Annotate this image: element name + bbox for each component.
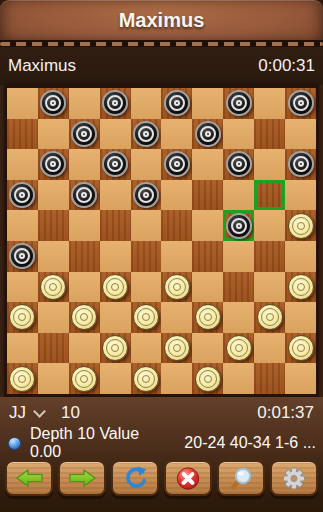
white-man-46[interactable] [9,366,35,392]
black-man-9[interactable] [195,121,221,147]
light-square [285,119,316,150]
gear-icon [282,467,306,490]
square-28[interactable] [131,241,162,272]
light-square [69,333,100,364]
black-man-14[interactable] [226,151,252,177]
black-man-24[interactable] [226,213,252,239]
black-man-18[interactable] [133,182,159,208]
square-5[interactable] [285,88,316,119]
square-21[interactable] [38,210,69,241]
square-2[interactable] [100,88,131,119]
light-square [192,149,223,180]
light-square [100,302,131,333]
square-36[interactable] [7,302,38,333]
square-48[interactable] [131,363,162,394]
engine-clock: 0:01:37 [257,403,314,423]
square-47[interactable] [69,363,100,394]
light-square [285,302,316,333]
square-43[interactable] [161,333,192,364]
square-22[interactable] [100,210,131,241]
square-20[interactable] [254,180,285,211]
light-square [192,333,223,364]
square-3[interactable] [161,88,192,119]
square-9[interactable] [192,119,223,150]
black-man-26[interactable] [9,243,35,269]
white-man-32[interactable] [102,274,128,300]
black-man-12[interactable] [102,151,128,177]
light-square [161,302,192,333]
square-34[interactable] [223,272,254,303]
square-24[interactable] [223,210,254,241]
square-40[interactable] [254,302,285,333]
square-31[interactable] [38,272,69,303]
light-square [254,88,285,119]
square-7[interactable] [69,119,100,150]
square-25[interactable] [285,210,316,241]
black-man-3[interactable] [164,90,190,116]
light-square [131,210,162,241]
square-39[interactable] [192,302,223,333]
black-man-17[interactable] [71,182,97,208]
square-14[interactable] [223,149,254,180]
white-man-38[interactable] [133,304,159,330]
white-clock: 0:00:31 [258,56,315,76]
black-man-7[interactable] [71,121,97,147]
light-square [7,210,38,241]
light-square [100,180,131,211]
light-square [131,88,162,119]
board [4,85,319,397]
light-square [131,149,162,180]
light-square [161,119,192,150]
light-square [131,272,162,303]
light-square [7,88,38,119]
square-13[interactable] [161,149,192,180]
analysis-bar: Depth 10 Value 0.00 20-24 40-34 1-6 ... [0,429,323,457]
light-square [285,180,316,211]
square-17[interactable] [69,180,100,211]
light-square [69,272,100,303]
arrow-right-icon [69,469,96,487]
square-27[interactable] [69,241,100,272]
square-16[interactable] [7,180,38,211]
light-square [100,241,131,272]
light-square [38,119,69,150]
light-square [161,241,192,272]
black-man-4[interactable] [226,90,252,116]
analysis-depth-value: Depth 10 Value 0.00 [30,425,174,461]
back-button[interactable] [5,460,53,496]
title-bar: Maximus [0,0,323,47]
magnifier-icon [229,467,253,490]
square-50[interactable] [254,363,285,394]
square-41[interactable] [38,333,69,364]
light-square [69,88,100,119]
light-square [38,241,69,272]
engine-name[interactable]: JJ [9,403,26,423]
square-11[interactable] [38,149,69,180]
light-square [100,119,131,150]
white-man-49[interactable] [195,366,221,392]
light-square [223,180,254,211]
square-45[interactable] [285,333,316,364]
square-19[interactable] [192,180,223,211]
light-square [69,149,100,180]
white-man-35[interactable] [288,274,314,300]
white-man-25[interactable] [288,213,314,239]
light-square [223,363,254,394]
stitch-seam [0,40,323,47]
analysis-pv: 20-24 40-34 1-6 ... [184,434,316,452]
white-man-43[interactable] [164,335,190,361]
light-square [7,272,38,303]
player-name: Maximus [8,56,76,76]
light-square [161,363,192,394]
restart-button[interactable] [111,460,159,496]
square-37[interactable] [69,302,100,333]
white-man-40[interactable] [257,304,283,330]
light-square [254,149,285,180]
white-man-48[interactable] [133,366,159,392]
square-6[interactable] [7,119,38,150]
light-square [285,241,316,272]
black-man-8[interactable] [133,121,159,147]
analyze-button[interactable] [217,460,265,496]
white-man-39[interactable] [195,304,221,330]
black-man-16[interactable] [9,182,35,208]
light-square [131,333,162,364]
white-man-37[interactable] [71,304,97,330]
settings-button[interactable] [270,460,318,496]
chevron-down-icon[interactable] [33,405,46,418]
white-man-36[interactable] [9,304,35,330]
square-44[interactable] [223,333,254,364]
refresh-icon [123,466,147,490]
black-man-5[interactable] [288,90,314,116]
engine-level[interactable]: 10 [61,403,80,423]
square-29[interactable] [192,241,223,272]
black-man-11[interactable] [40,151,66,177]
light-square [38,180,69,211]
white-man-45[interactable] [288,335,314,361]
light-square [254,210,285,241]
square-15[interactable] [285,149,316,180]
black-man-1[interactable] [40,90,66,116]
square-1[interactable] [38,88,69,119]
square-18[interactable] [131,180,162,211]
light-square [285,363,316,394]
light-square [192,88,223,119]
toolbar [0,457,323,496]
white-man-42[interactable] [102,335,128,361]
light-square [69,210,100,241]
square-42[interactable] [100,333,131,364]
light-square [7,149,38,180]
white-man-33[interactable] [164,274,190,300]
light-square [192,210,223,241]
light-square [223,119,254,150]
square-30[interactable] [254,241,285,272]
light-square [100,363,131,394]
light-square [254,272,285,303]
light-square [223,302,254,333]
square-26[interactable] [7,241,38,272]
lower-panel: JJ 10 0:01:37 Depth 10 Value 0.00 20-24 … [0,397,323,512]
black-man-2[interactable] [102,90,128,116]
forward-button[interactable] [58,460,106,496]
board-frame [0,85,323,397]
white-man-44[interactable] [226,335,252,361]
white-man-31[interactable] [40,274,66,300]
square-38[interactable] [131,302,162,333]
arrow-left-icon [16,469,43,487]
square-4[interactable] [223,88,254,119]
light-square [161,180,192,211]
stop-button[interactable] [164,460,212,496]
white-man-47[interactable] [71,366,97,392]
info-icon [8,437,21,450]
square-35[interactable] [285,272,316,303]
square-23[interactable] [161,210,192,241]
black-man-15[interactable] [288,151,314,177]
light-square [223,241,254,272]
square-33[interactable] [161,272,192,303]
square-8[interactable] [131,119,162,150]
app-title: Maximus [0,0,323,41]
info-bar: Maximus 0:00:31 [0,47,323,85]
square-10[interactable] [254,119,285,150]
app-window: Maximus Maximus 0:00:31 JJ 10 0:01:37 De… [0,0,323,512]
light-square [38,302,69,333]
light-square [254,333,285,364]
square-32[interactable] [100,272,131,303]
light-square [7,333,38,364]
square-49[interactable] [192,363,223,394]
black-man-13[interactable] [164,151,190,177]
square-12[interactable] [100,149,131,180]
light-square [38,363,69,394]
square-46[interactable] [7,363,38,394]
light-square [192,272,223,303]
close-icon [176,467,200,490]
